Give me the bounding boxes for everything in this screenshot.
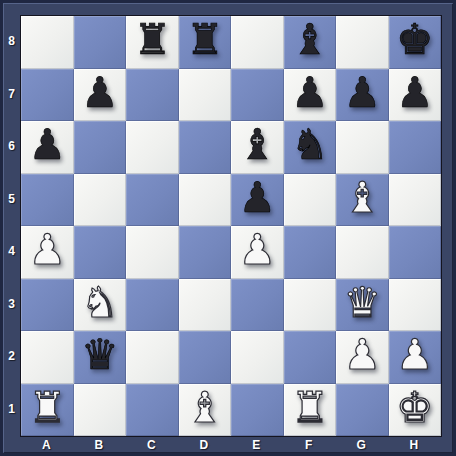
square-a8[interactable] (21, 16, 74, 69)
square-d6[interactable] (179, 121, 232, 174)
square-c6[interactable] (126, 121, 179, 174)
rank-labels: 87654321 (3, 15, 20, 435)
file-label-g: G (335, 437, 388, 453)
square-f3[interactable] (284, 279, 337, 332)
black-pawn[interactable]: ♟ (28, 124, 66, 166)
square-b4[interactable] (74, 226, 127, 279)
square-c7[interactable] (126, 69, 179, 122)
white-pawn[interactable]: ♟ (343, 334, 381, 376)
square-g3[interactable]: ♛ (336, 279, 389, 332)
white-pawn[interactable]: ♟ (28, 229, 66, 271)
square-d1[interactable]: ♝ (179, 384, 232, 437)
square-g2[interactable]: ♟ (336, 331, 389, 384)
square-b5[interactable] (74, 174, 127, 227)
square-h8[interactable]: ♚ (389, 16, 442, 69)
square-e2[interactable] (231, 331, 284, 384)
square-h7[interactable]: ♟ (389, 69, 442, 122)
black-pawn[interactable]: ♟ (238, 177, 276, 219)
square-g7[interactable]: ♟ (336, 69, 389, 122)
rank-label-1: 1 (3, 383, 20, 436)
rank-label-4: 4 (3, 225, 20, 278)
square-e5[interactable]: ♟ (231, 174, 284, 227)
rank-label-2: 2 (3, 330, 20, 383)
square-b6[interactable] (74, 121, 127, 174)
file-label-f: F (283, 437, 336, 453)
square-e8[interactable] (231, 16, 284, 69)
black-bishop[interactable]: ♝ (291, 19, 329, 61)
square-c1[interactable] (126, 384, 179, 437)
file-label-e: E (230, 437, 283, 453)
square-f1[interactable]: ♜ (284, 384, 337, 437)
black-bishop[interactable]: ♝ (238, 124, 276, 166)
chess-board-frame: 87654321 ♜♜♝♚♟♟♟♟♟♝♞♟♝♟♟♞♛♛♟♟♜♝♜♚ ABCDEF… (0, 0, 456, 456)
square-f2[interactable] (284, 331, 337, 384)
white-knight[interactable]: ♞ (81, 282, 119, 324)
square-a6[interactable]: ♟ (21, 121, 74, 174)
square-c4[interactable] (126, 226, 179, 279)
black-queen[interactable]: ♛ (81, 334, 119, 376)
square-a3[interactable] (21, 279, 74, 332)
square-b7[interactable]: ♟ (74, 69, 127, 122)
file-label-d: D (178, 437, 231, 453)
black-rook[interactable]: ♜ (186, 19, 224, 61)
white-king[interactable]: ♚ (396, 387, 434, 429)
rank-label-8: 8 (3, 15, 20, 68)
black-king[interactable]: ♚ (396, 19, 434, 61)
square-a5[interactable] (21, 174, 74, 227)
rank-label-7: 7 (3, 68, 20, 121)
square-h5[interactable] (389, 174, 442, 227)
rank-label-5: 5 (3, 173, 20, 226)
square-d3[interactable] (179, 279, 232, 332)
black-knight[interactable]: ♞ (291, 124, 329, 166)
square-c2[interactable] (126, 331, 179, 384)
white-queen[interactable]: ♛ (343, 282, 381, 324)
square-d8[interactable]: ♜ (179, 16, 232, 69)
square-d2[interactable] (179, 331, 232, 384)
file-label-b: B (73, 437, 126, 453)
black-pawn[interactable]: ♟ (291, 72, 329, 114)
square-f6[interactable]: ♞ (284, 121, 337, 174)
square-d5[interactable] (179, 174, 232, 227)
square-e3[interactable] (231, 279, 284, 332)
black-pawn[interactable]: ♟ (396, 72, 434, 114)
file-label-c: C (125, 437, 178, 453)
square-e7[interactable] (231, 69, 284, 122)
white-pawn[interactable]: ♟ (396, 334, 434, 376)
square-a1[interactable]: ♜ (21, 384, 74, 437)
square-f5[interactable] (284, 174, 337, 227)
square-c3[interactable] (126, 279, 179, 332)
square-h1[interactable]: ♚ (389, 384, 442, 437)
square-g5[interactable]: ♝ (336, 174, 389, 227)
white-bishop[interactable]: ♝ (186, 387, 224, 429)
white-rook[interactable]: ♜ (291, 387, 329, 429)
square-c5[interactable] (126, 174, 179, 227)
square-h4[interactable] (389, 226, 442, 279)
square-b1[interactable] (74, 384, 127, 437)
rank-label-3: 3 (3, 278, 20, 331)
square-g4[interactable] (336, 226, 389, 279)
rank-label-6: 6 (3, 120, 20, 173)
white-rook[interactable]: ♜ (28, 387, 66, 429)
black-pawn[interactable]: ♟ (81, 72, 119, 114)
square-a4[interactable]: ♟ (21, 226, 74, 279)
square-g1[interactable] (336, 384, 389, 437)
square-f4[interactable] (284, 226, 337, 279)
square-b2[interactable]: ♛ (74, 331, 127, 384)
square-e6[interactable]: ♝ (231, 121, 284, 174)
square-d4[interactable] (179, 226, 232, 279)
square-d7[interactable] (179, 69, 232, 122)
square-f8[interactable]: ♝ (284, 16, 337, 69)
file-label-h: H (388, 437, 441, 453)
square-h6[interactable] (389, 121, 442, 174)
square-h3[interactable] (389, 279, 442, 332)
square-a2[interactable] (21, 331, 74, 384)
square-b3[interactable]: ♞ (74, 279, 127, 332)
square-e1[interactable] (231, 384, 284, 437)
white-bishop[interactable]: ♝ (343, 177, 381, 219)
square-c8[interactable]: ♜ (126, 16, 179, 69)
file-label-a: A (20, 437, 73, 453)
file-labels: ABCDEFGH (20, 437, 440, 453)
square-g6[interactable] (336, 121, 389, 174)
square-h2[interactable]: ♟ (389, 331, 442, 384)
black-pawn[interactable]: ♟ (343, 72, 381, 114)
square-b8[interactable] (74, 16, 127, 69)
white-pawn[interactable]: ♟ (238, 229, 276, 271)
chess-board: ♜♜♝♚♟♟♟♟♟♝♞♟♝♟♟♞♛♛♟♟♜♝♜♚ (20, 15, 442, 437)
square-g8[interactable] (336, 16, 389, 69)
black-rook[interactable]: ♜ (133, 19, 171, 61)
square-f7[interactable]: ♟ (284, 69, 337, 122)
square-a7[interactable] (21, 69, 74, 122)
square-e4[interactable]: ♟ (231, 226, 284, 279)
